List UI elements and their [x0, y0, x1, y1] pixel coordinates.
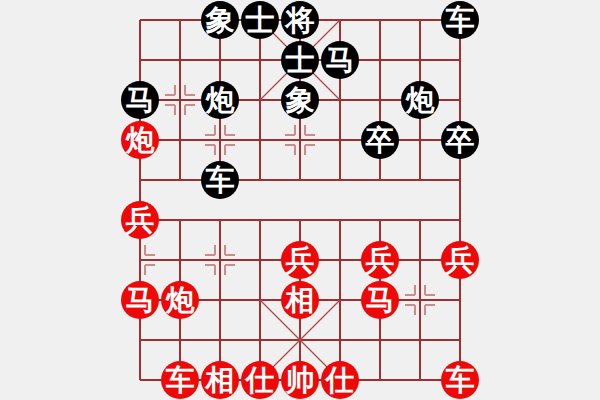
piece-black-soldier[interactable]: 卒 — [441, 121, 479, 159]
piece-red-soldier[interactable]: 兵 — [361, 241, 399, 279]
piece-red-chariot[interactable]: 车 — [441, 361, 479, 399]
piece-black-cannon[interactable]: 炮 — [401, 81, 439, 119]
piece-layer: 象士将车士马马炮象炮炮卒卒车兵兵兵兵马炮相马车相仕帅仕车 — [120, 0, 480, 400]
piece-red-soldier[interactable]: 兵 — [281, 241, 319, 279]
piece-black-cannon[interactable]: 炮 — [201, 81, 239, 119]
piece-red-elephant[interactable]: 相 — [201, 361, 239, 399]
piece-black-horse[interactable]: 马 — [321, 41, 359, 79]
piece-red-chariot[interactable]: 车 — [161, 361, 199, 399]
piece-black-chariot[interactable]: 车 — [201, 161, 239, 199]
piece-red-cannon[interactable]: 炮 — [161, 281, 199, 319]
piece-red-elephant[interactable]: 相 — [281, 281, 319, 319]
piece-black-advisor[interactable]: 士 — [281, 41, 319, 79]
piece-red-horse[interactable]: 马 — [361, 281, 399, 319]
piece-black-general[interactable]: 将 — [281, 1, 319, 39]
piece-black-soldier[interactable]: 卒 — [361, 121, 399, 159]
piece-red-advisor[interactable]: 仕 — [321, 361, 359, 399]
piece-red-advisor[interactable]: 仕 — [241, 361, 279, 399]
piece-black-elephant[interactable]: 象 — [281, 81, 319, 119]
piece-red-horse[interactable]: 马 — [121, 281, 159, 319]
piece-red-cannon[interactable]: 炮 — [121, 121, 159, 159]
piece-red-general[interactable]: 帅 — [281, 361, 319, 399]
piece-black-horse[interactable]: 马 — [121, 81, 159, 119]
piece-black-chariot[interactable]: 车 — [441, 1, 479, 39]
piece-black-elephant[interactable]: 象 — [201, 1, 239, 39]
xiangqi-board: 象士将车士马马炮象炮炮卒卒车兵兵兵兵马炮相马车相仕帅仕车 — [0, 0, 600, 400]
piece-red-soldier[interactable]: 兵 — [441, 241, 479, 279]
piece-red-soldier[interactable]: 兵 — [121, 201, 159, 239]
piece-black-advisor[interactable]: 士 — [241, 1, 279, 39]
